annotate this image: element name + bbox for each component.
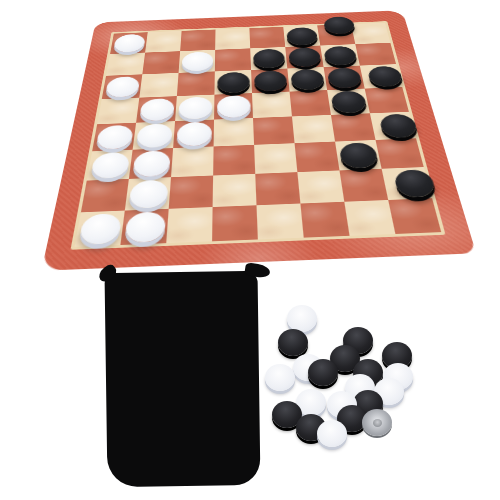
white-checker-loose: [287, 305, 317, 332]
white-checker-loose: [317, 420, 347, 447]
product-photo: [0, 0, 500, 500]
black-checker-loose: [278, 329, 308, 356]
white-checker-loose: [265, 364, 295, 391]
black-checker-loose: [308, 359, 338, 386]
gray-checker-loose: [362, 409, 392, 436]
loose-pieces: [0, 0, 500, 500]
